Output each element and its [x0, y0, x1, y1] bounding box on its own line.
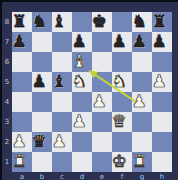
- square-g1[interactable]: ♜: [132, 152, 152, 172]
- file-label-g: g: [132, 172, 152, 180]
- piece-white-pawn: ♟: [51, 131, 66, 151]
- square-c5[interactable]: ♝: [52, 72, 72, 92]
- piece-white-pawn: ♟: [71, 111, 86, 131]
- piece-black-pawn: ♟: [151, 31, 166, 51]
- piece-white-rook: ♜: [11, 151, 26, 171]
- square-a4[interactable]: [12, 92, 32, 112]
- square-h8[interactable]: ♜: [152, 12, 172, 32]
- square-g3[interactable]: [132, 112, 152, 132]
- square-a6[interactable]: [12, 52, 32, 72]
- piece-black-rook: ♜: [11, 11, 26, 31]
- square-h3[interactable]: [152, 112, 172, 132]
- square-b8[interactable]: ♞: [32, 12, 52, 32]
- square-h5[interactable]: ♟: [152, 72, 172, 92]
- piece-white-pawn: ♟: [91, 91, 106, 111]
- rank-label-3: 3: [2, 112, 12, 132]
- piece-white-pawn: ♟: [131, 91, 146, 111]
- file-label-f: f: [112, 172, 132, 180]
- piece-black-knight: ♞: [31, 11, 46, 31]
- square-d4[interactable]: [72, 92, 92, 112]
- piece-white-knight: ♞: [71, 71, 86, 91]
- square-d2[interactable]: [72, 132, 92, 152]
- piece-black-pawn: ♟: [31, 71, 46, 91]
- square-c2[interactable]: ♟: [52, 132, 72, 152]
- square-a3[interactable]: [12, 112, 32, 132]
- square-d3[interactable]: ♟: [72, 112, 92, 132]
- square-a2[interactable]: ♟: [12, 132, 32, 152]
- file-label-h: h: [152, 172, 172, 180]
- square-b5[interactable]: ♟: [32, 72, 52, 92]
- square-g5[interactable]: [132, 72, 152, 92]
- board[interactable]: ♜♞♝♚♞♜♟♟♟♟♟♝♟♝♞♞♟♟♟♟♛♟♛♟♜♚♜: [12, 12, 172, 172]
- piece-black-king: ♚: [91, 11, 106, 31]
- rank-label-5: 5: [2, 72, 12, 92]
- square-f8[interactable]: [112, 12, 132, 32]
- piece-black-knight: ♞: [131, 11, 146, 31]
- square-g8[interactable]: ♞: [132, 12, 152, 32]
- piece-black-pawn: ♟: [71, 31, 86, 51]
- square-b2[interactable]: ♛: [32, 132, 52, 152]
- square-d6[interactable]: ♝: [72, 52, 92, 72]
- piece-white-knight: ♞: [111, 71, 126, 91]
- piece-white-bishop: ♝: [71, 51, 86, 71]
- square-c6[interactable]: [52, 52, 72, 72]
- piece-black-queen: ♛: [31, 131, 46, 151]
- piece-white-pawn: ♟: [11, 131, 26, 151]
- square-f6[interactable]: [112, 52, 132, 72]
- square-c3[interactable]: [52, 112, 72, 132]
- square-b3[interactable]: [32, 112, 52, 132]
- square-e7[interactable]: [92, 32, 112, 52]
- square-e6[interactable]: [92, 52, 112, 72]
- square-e4[interactable]: ♟: [92, 92, 112, 112]
- rank-label-6: 6: [2, 52, 12, 72]
- piece-black-pawn: ♟: [131, 31, 146, 51]
- piece-black-rook: ♜: [151, 11, 166, 31]
- square-e2[interactable]: [92, 132, 112, 152]
- file-label-c: c: [52, 172, 72, 180]
- square-h7[interactable]: ♟: [152, 32, 172, 52]
- file-label-a: a: [12, 172, 32, 180]
- piece-black-bishop: ♝: [51, 71, 66, 91]
- square-a8[interactable]: ♜: [12, 12, 32, 32]
- square-a5[interactable]: [12, 72, 32, 92]
- piece-white-rook: ♜: [131, 151, 146, 171]
- file-label-e: e: [92, 172, 112, 180]
- square-b7[interactable]: [32, 32, 52, 52]
- square-c4[interactable]: [52, 92, 72, 112]
- chess-board-window: 87654321 ♜♞♝♚♞♜♟♟♟♟♟♝♟♝♞♞♟♟♟♟♛♟♛♟♜♚♜ abc…: [0, 0, 178, 180]
- square-g6[interactable]: [132, 52, 152, 72]
- square-f5[interactable]: ♞: [112, 72, 132, 92]
- square-g4[interactable]: ♟: [132, 92, 152, 112]
- square-h6[interactable]: [152, 52, 172, 72]
- square-f4[interactable]: [112, 92, 132, 112]
- square-h2[interactable]: [152, 132, 172, 152]
- square-d5[interactable]: ♞: [72, 72, 92, 92]
- square-f2[interactable]: [112, 132, 132, 152]
- square-e5[interactable]: [92, 72, 112, 92]
- square-f1[interactable]: ♚: [112, 152, 132, 172]
- square-f7[interactable]: ♟: [112, 32, 132, 52]
- square-e1[interactable]: [92, 152, 112, 172]
- file-label-b: b: [32, 172, 52, 180]
- piece-black-pawn: ♟: [11, 31, 26, 51]
- square-e3[interactable]: [92, 112, 112, 132]
- square-a1[interactable]: ♜: [12, 152, 32, 172]
- rank-label-4: 4: [2, 92, 12, 112]
- square-c7[interactable]: [52, 32, 72, 52]
- square-d7[interactable]: ♟: [72, 32, 92, 52]
- square-b6[interactable]: [32, 52, 52, 72]
- piece-white-king: ♚: [111, 151, 126, 171]
- piece-white-queen: ♛: [111, 111, 126, 131]
- file-label-d: d: [72, 172, 92, 180]
- square-c8[interactable]: ♝: [52, 12, 72, 32]
- square-g2[interactable]: [132, 132, 152, 152]
- square-a7[interactable]: ♟: [12, 32, 32, 52]
- square-d8[interactable]: [72, 12, 92, 32]
- square-h1[interactable]: [152, 152, 172, 172]
- square-f3[interactable]: ♛: [112, 112, 132, 132]
- square-c1[interactable]: [52, 152, 72, 172]
- square-h4[interactable]: [152, 92, 172, 112]
- piece-black-bishop: ♝: [51, 11, 66, 31]
- square-b1[interactable]: [32, 152, 52, 172]
- file-labels: abcdefgh: [12, 172, 172, 180]
- square-g7[interactable]: ♟: [132, 32, 152, 52]
- square-e8[interactable]: ♚: [92, 12, 112, 32]
- square-b4[interactable]: [32, 92, 52, 112]
- square-d1[interactable]: [72, 152, 92, 172]
- piece-white-pawn: ♟: [151, 71, 166, 91]
- piece-black-pawn: ♟: [111, 31, 126, 51]
